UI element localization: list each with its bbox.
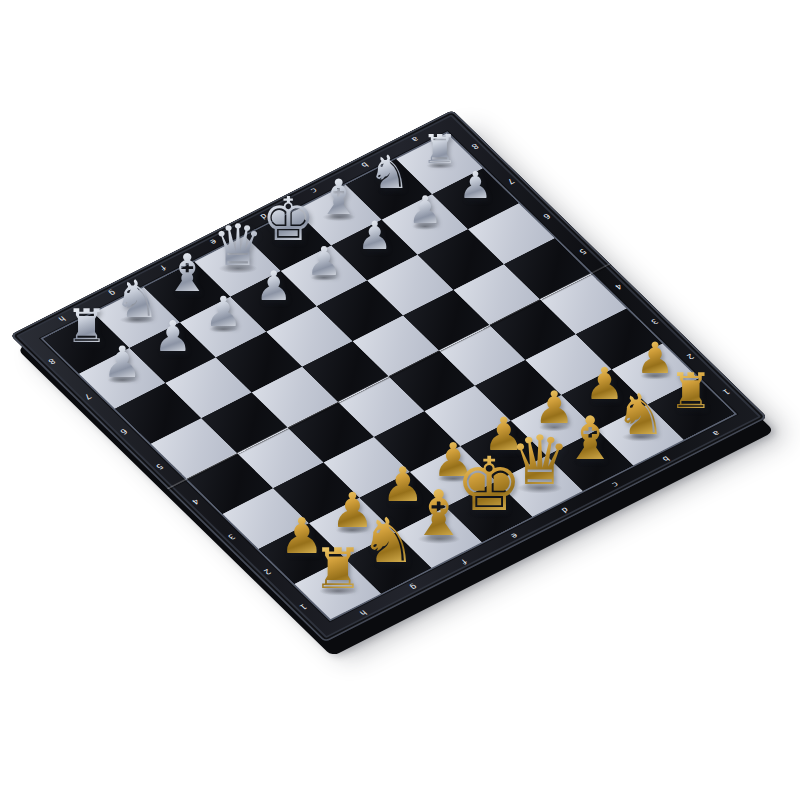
file-label-far-h: h [56, 315, 67, 324]
rank-label-left-1: 1 [297, 602, 308, 611]
rank-label-left-3: 3 [226, 532, 237, 541]
chess-board: aabbccddeeffgghh8877665544332211 [10, 110, 768, 643]
file-label-near-e: e [509, 532, 520, 541]
file-label-near-b: b [660, 455, 671, 464]
file-label-far-a: a [409, 135, 420, 144]
file-label-near-f: f [458, 557, 469, 566]
file-label-far-b: b [359, 161, 370, 170]
rank-label-right-2: 2 [684, 352, 695, 361]
rank-label-right-8: 8 [469, 142, 480, 151]
rank-label-left-7: 7 [82, 392, 93, 401]
rank-label-right-5: 5 [577, 247, 588, 256]
rank-label-right-6: 6 [541, 212, 552, 221]
rank-label-left-2: 2 [261, 567, 272, 576]
file-label-far-d: d [258, 212, 269, 221]
rank-label-left-6: 6 [118, 427, 129, 436]
file-label-far-c: c [308, 186, 319, 195]
product-photo: aabbccddeeffgghh8877665544332211 ♜♞♝♚♛♝♞… [0, 0, 800, 800]
file-label-far-g: g [107, 289, 118, 298]
rank-label-right-3: 3 [649, 317, 660, 326]
file-label-near-c: c [609, 480, 620, 489]
rank-label-right-4: 4 [613, 282, 624, 291]
file-label-near-g: g [408, 583, 419, 592]
rank-label-right-7: 7 [505, 177, 516, 186]
file-label-far-f: f [157, 263, 168, 272]
rank-label-left-8: 8 [46, 357, 57, 366]
file-label-far-e: e [207, 238, 218, 247]
rank-label-left-4: 4 [190, 497, 201, 506]
rank-label-right-1: 1 [720, 387, 731, 396]
file-label-near-d: d [559, 506, 570, 515]
rank-label-left-5: 5 [154, 462, 165, 471]
file-label-near-h: h [357, 609, 368, 618]
file-label-near-a: a [710, 429, 721, 438]
